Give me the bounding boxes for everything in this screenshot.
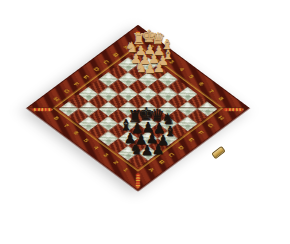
file-label-lower-right: G <box>203 121 217 132</box>
corner-chevron-decoration <box>136 173 140 188</box>
rank-label-lower-left: 7 <box>59 121 73 132</box>
corner-chevron-decoration <box>223 108 243 111</box>
product-photo-stage: ABCDEFGHABCDEFGH1234567812345678 ♜♚♛♝♞♟♟… <box>0 0 290 244</box>
rank-label-lower-left: 2 <box>108 158 122 169</box>
file-label-lower-right: A <box>144 165 158 176</box>
file-label-lower-right: H <box>213 113 227 124</box>
file-label-lower-right: B <box>154 158 168 169</box>
rank-label-lower-left: 8 <box>49 113 63 124</box>
corner-chevron-decoration <box>33 108 53 111</box>
file-label-lower-right: F <box>193 128 207 139</box>
white-chess-piece: ♟ <box>153 61 165 74</box>
file-label-lower-right: C <box>163 150 177 161</box>
rank-label-lower-left: 6 <box>69 128 83 139</box>
rank-label-lower-left: 4 <box>89 143 103 154</box>
rank-label-lower-left: 3 <box>98 150 112 161</box>
rank-label-lower-left: 1 <box>118 165 132 176</box>
file-label-lower-right: E <box>183 135 197 146</box>
brass-clasp <box>211 146 226 160</box>
black-chess-piece: ♟ <box>152 142 165 156</box>
rank-label-lower-left: 5 <box>79 135 93 146</box>
file-label-lower-right: D <box>173 143 187 154</box>
